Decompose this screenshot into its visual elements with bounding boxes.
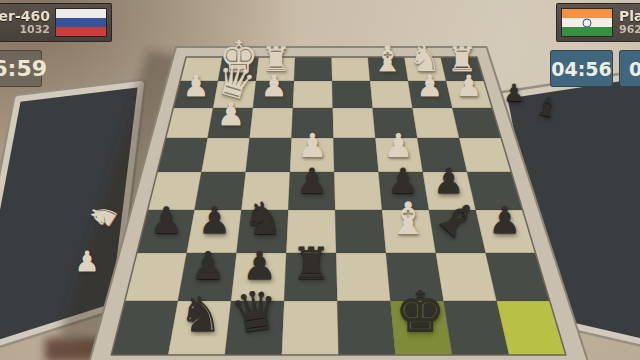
- square-e2[interactable]: [293, 81, 333, 108]
- player-panel-black: Pla 962: [556, 3, 640, 42]
- square-f4[interactable]: [246, 138, 292, 172]
- piece-black-queen-f8[interactable]: ♛: [228, 282, 284, 343]
- piece-black-pawn-g6[interactable]: ♟: [198, 203, 231, 240]
- square-d3[interactable]: [333, 108, 376, 138]
- piece-black-knight-g8[interactable]: ♞: [179, 290, 222, 338]
- piece-black-rook-e7[interactable]: ♜: [291, 242, 331, 287]
- square-d5[interactable]: [334, 172, 382, 210]
- black-secondary-clock: 0: [619, 50, 640, 87]
- square-d4[interactable]: [333, 138, 378, 172]
- piece-white-bishop-c1[interactable]: ♝: [372, 41, 404, 77]
- piece-black-pawn-a6[interactable]: ♟: [488, 203, 521, 240]
- player-black-rating: 962: [619, 24, 640, 37]
- piece-black-pawn-h6[interactable]: ♟: [150, 203, 183, 240]
- square-c2[interactable]: [370, 81, 412, 108]
- piece-white-pawn-e4[interactable]: ♟: [297, 129, 327, 162]
- piece-black-king-c8[interactable]: ♚: [395, 284, 446, 340]
- black-clock: 04:56: [550, 50, 613, 87]
- russia-flag-icon: [55, 8, 107, 37]
- square-g4[interactable]: [201, 138, 249, 172]
- piece-white-pawn-a2[interactable]: ♟: [455, 71, 482, 101]
- square-d2[interactable]: [332, 81, 373, 108]
- square-d7[interactable]: [336, 253, 390, 301]
- square-f3[interactable]: [250, 108, 293, 138]
- piece-white-pawn-h2[interactable]: ♟: [183, 71, 210, 101]
- piece-white-pawn-c4[interactable]: ♟: [384, 129, 414, 162]
- piece-white-pawn-g3[interactable]: ♟: [217, 99, 245, 130]
- game-scene: ♚♜♝♞♜♟♛♟♟♟♟♟♟♟♟♟♝♟♟♞♝♟♟♟♜♞♛♚♞♟♟♝ yer-460…: [0, 0, 640, 360]
- square-e1[interactable]: [294, 57, 332, 81]
- square-d8[interactable]: [337, 301, 395, 355]
- player-white-rating: 1032: [19, 24, 50, 37]
- square-e8[interactable]: [282, 301, 339, 355]
- piece-black-knight-f6[interactable]: ♞: [243, 197, 283, 242]
- tray-left-captured-pawn[interactable]: ♟: [74, 248, 99, 276]
- piece-black-pawn-g7[interactable]: ♟: [191, 247, 226, 286]
- player-panel-white: yer-460 1032: [0, 3, 112, 42]
- player-white-name: yer-460: [0, 8, 50, 24]
- square-b3[interactable]: [412, 108, 459, 138]
- ashoka-chakra-icon: [583, 18, 592, 27]
- square-d1[interactable]: [332, 57, 371, 81]
- square-d6[interactable]: [335, 210, 386, 253]
- piece-white-pawn-f2[interactable]: ♟: [261, 71, 288, 101]
- piece-white-pawn-b2[interactable]: ♟: [416, 71, 443, 101]
- player-black-name: Pla: [619, 8, 640, 24]
- india-flag-icon: [561, 8, 613, 37]
- piece-white-bishop-c6[interactable]: ♝: [388, 197, 428, 242]
- white-clock: 06:59: [0, 50, 42, 87]
- piece-black-pawn-e5[interactable]: ♟: [296, 164, 327, 199]
- tray-right-captured-pawn[interactable]: ♟: [503, 81, 525, 105]
